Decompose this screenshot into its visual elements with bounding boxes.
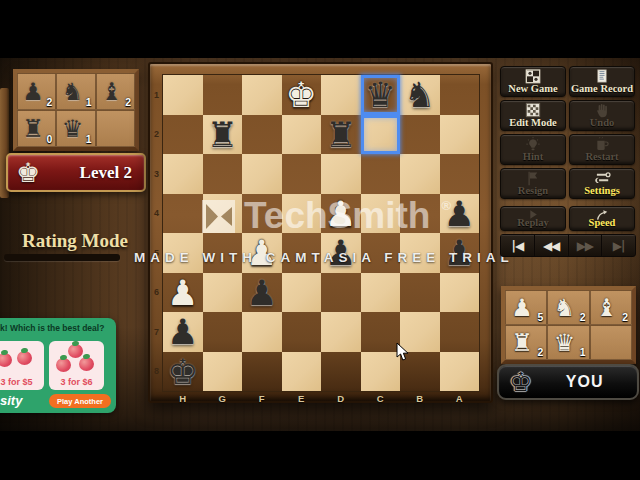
- square-d3[interactable]: [321, 154, 361, 194]
- captured-count: 2: [580, 311, 586, 323]
- white-pawn[interactable]: ♟: [163, 273, 203, 313]
- black-pawn[interactable]: ♟: [242, 273, 282, 313]
- square-f5[interactable]: ♟: [242, 233, 282, 273]
- rating-mode-shelf: [4, 254, 120, 261]
- black-pawn[interactable]: ♟: [440, 194, 480, 234]
- square-c8[interactable]: [361, 352, 401, 392]
- opponent-panel: ♚ Level 2: [6, 153, 146, 192]
- square-b3[interactable]: [400, 154, 440, 194]
- skip-to-start-button[interactable]: |◀: [501, 235, 535, 256]
- button-label: Settings: [584, 185, 620, 198]
- square-h6[interactable]: ♟: [163, 273, 203, 313]
- file-label-b: B: [400, 393, 440, 404]
- tomato-icon: [79, 357, 94, 371]
- tomato-icon: [56, 358, 71, 372]
- square-d8[interactable]: [321, 352, 361, 392]
- file-label-d: D: [321, 393, 361, 404]
- undo-hand-icon: [593, 102, 611, 119]
- speed-button[interactable]: Speed: [569, 206, 635, 231]
- restart-mug-icon: [594, 136, 611, 152]
- black-pawn[interactable]: ♟: [321, 233, 361, 273]
- square-d2[interactable]: ♜: [321, 115, 361, 155]
- white-crown-icon: ♚: [16, 159, 40, 186]
- rank-label-8: 8: [150, 352, 163, 392]
- control-button-grid: New GameGame RecordEdit ModeUndoHintRest…: [500, 66, 637, 199]
- square-g7[interactable]: [203, 312, 243, 352]
- settings-button[interactable]: Settings: [569, 168, 635, 199]
- square-f2[interactable]: [242, 115, 282, 155]
- captured-pawn-cell: ♟2: [17, 73, 56, 110]
- square-f1[interactable]: [242, 75, 282, 115]
- square-d7[interactable]: [321, 312, 361, 352]
- black-knight[interactable]: ♞: [400, 75, 440, 115]
- square-f7[interactable]: [242, 312, 282, 352]
- edit-board-icon: [525, 102, 541, 118]
- square-a1[interactable]: [440, 75, 480, 115]
- square-g8[interactable]: [203, 352, 243, 392]
- square-d5[interactable]: ♟: [321, 233, 361, 273]
- captured-queen-cell: ♛1: [547, 325, 589, 360]
- edit-mode-button[interactable]: Edit Mode: [500, 100, 566, 131]
- speed-arrow-icon: [594, 208, 610, 222]
- new-game-button[interactable]: New Game: [500, 66, 566, 97]
- square-a5[interactable]: ♟: [440, 233, 480, 273]
- square-b7[interactable]: [400, 312, 440, 352]
- square-g4[interactable]: [203, 194, 243, 234]
- letterbox-bottom: [0, 431, 640, 480]
- black-rook[interactable]: ♜: [321, 115, 361, 155]
- rank-label-5: 5: [150, 233, 163, 273]
- captured-knight-cell: ♞2: [547, 290, 589, 325]
- square-h3[interactable]: [163, 154, 203, 194]
- square-b2[interactable]: [400, 115, 440, 155]
- rank-label-4: 4: [150, 194, 163, 234]
- black-crown-icon: ♚: [509, 369, 532, 395]
- chess-board-frame: ♚♛♞♜♜♟♟♟♟♟♟♟♟♚ 12345678 HGFEDCBA: [148, 62, 493, 403]
- empty-tray-cell: [96, 110, 135, 147]
- captured-count: 2: [46, 96, 52, 108]
- square-h8[interactable]: ♚: [163, 352, 203, 392]
- square-h5[interactable]: [163, 233, 203, 273]
- rook-icon: ♜: [508, 331, 536, 355]
- square-a3[interactable]: [440, 154, 480, 194]
- captured-count: 1: [86, 133, 92, 145]
- bishop-icon: ♝: [99, 80, 125, 104]
- rook-icon: ♜: [20, 117, 46, 141]
- opponent-level-label: Level 2: [40, 163, 144, 183]
- queen-icon: ♛: [59, 117, 85, 141]
- square-a4[interactable]: ♟: [440, 194, 480, 234]
- tomato-icon: [0, 353, 12, 367]
- rank-label-3: 3: [150, 154, 163, 194]
- white-pawn[interactable]: ♟: [321, 194, 361, 234]
- square-a7[interactable]: [440, 312, 480, 352]
- square-e4[interactable]: [282, 194, 322, 234]
- player-captured-tray: ♟5♞2♝2♜2♛1: [501, 286, 636, 364]
- ad-play-another-button[interactable]: Play Another: [49, 394, 111, 408]
- player-panel: ♚ YOU: [497, 364, 639, 400]
- ad-price-label: 3 for $5: [0, 377, 44, 387]
- square-d1[interactable]: [321, 75, 361, 115]
- captured-rook-cell: ♜2: [505, 325, 547, 360]
- captured-count: 5: [537, 311, 543, 323]
- game-record-button[interactable]: Game Record: [569, 66, 635, 97]
- bishop-icon: ♝: [593, 296, 621, 320]
- square-g6[interactable]: [203, 273, 243, 313]
- square-b5[interactable]: [400, 233, 440, 273]
- tomato-icon: [68, 344, 83, 358]
- button-label: Game Record: [571, 83, 633, 96]
- file-label-h: H: [163, 393, 203, 404]
- black-king[interactable]: ♚: [163, 352, 203, 392]
- file-label-c: C: [361, 393, 401, 404]
- square-e2[interactable]: [282, 115, 322, 155]
- white-pawn[interactable]: ♟: [242, 233, 282, 273]
- square-c4[interactable]: [361, 194, 401, 234]
- square-c1[interactable]: ♛: [361, 75, 401, 115]
- square-a2[interactable]: [440, 115, 480, 155]
- black-rook[interactable]: ♜: [203, 115, 243, 155]
- square-b4[interactable]: [400, 194, 440, 234]
- captured-count: 1: [86, 96, 92, 108]
- resign-button[interactable]: Resign: [500, 168, 566, 199]
- square-g3[interactable]: [203, 154, 243, 194]
- app-window: ♟2♞1♝2♜0♛1 ♚ Level 2 Rating Mode ♚♛♞♜♜♟♟…: [0, 0, 640, 480]
- square-a6[interactable]: [440, 273, 480, 313]
- rank-label-2: 2: [150, 115, 163, 155]
- rating-mode-label: Rating Mode: [0, 230, 150, 252]
- captured-queen-cell: ♛1: [56, 110, 95, 147]
- square-g1[interactable]: [203, 75, 243, 115]
- settings-tools-icon: [593, 170, 612, 185]
- file-label-a: A: [440, 393, 480, 404]
- black-pawn[interactable]: ♟: [440, 233, 480, 273]
- square-g2[interactable]: ♜: [203, 115, 243, 155]
- square-f3[interactable]: [242, 154, 282, 194]
- ad-deal-card: 3 for $5: [0, 341, 44, 390]
- ad-deal-card: 3 for $6: [49, 341, 104, 390]
- rank-label-6: 6: [150, 273, 163, 313]
- captured-knight-cell: ♞1: [56, 73, 95, 110]
- square-c3[interactable]: [361, 154, 401, 194]
- square-f8[interactable]: [242, 352, 282, 392]
- letterbox-top: [0, 0, 640, 58]
- pawn-icon: ♟: [508, 296, 536, 320]
- black-queen[interactable]: ♛: [361, 75, 401, 115]
- playback-bar: |◀◀◀▶▶▶|: [500, 234, 636, 257]
- empty-tray-cell: [590, 325, 632, 360]
- square-d4[interactable]: ♟: [321, 194, 361, 234]
- square-e6[interactable]: [282, 273, 322, 313]
- square-e3[interactable]: [282, 154, 322, 194]
- square-h4[interactable]: [163, 194, 203, 234]
- undo-button[interactable]: Undo: [569, 100, 635, 131]
- button-label: Edit Mode: [509, 117, 557, 130]
- captured-count: 1: [580, 346, 586, 358]
- square-b1[interactable]: ♞: [400, 75, 440, 115]
- square-f6[interactable]: ♟: [242, 273, 282, 313]
- square-a8[interactable]: [440, 352, 480, 392]
- opponent-captured-tray: ♟2♞1♝2♜0♛1: [13, 69, 139, 151]
- captured-count: 2: [622, 311, 628, 323]
- square-g5[interactable]: [203, 233, 243, 273]
- player-label: YOU: [532, 373, 637, 391]
- ad-headline: k! Which is the best deal?: [0, 323, 104, 333]
- knight-icon: ♞: [59, 80, 85, 104]
- resign-flag-icon: [525, 170, 542, 187]
- tomato-icon: [17, 351, 32, 365]
- square-e8[interactable]: [282, 352, 322, 392]
- rewind-button[interactable]: ◀◀: [535, 235, 569, 256]
- captured-pawn-cell: ♟5: [505, 290, 547, 325]
- square-b6[interactable]: [400, 273, 440, 313]
- ad-brand-text: sity: [0, 393, 22, 408]
- rank-label-7: 7: [150, 312, 163, 352]
- chess-board: ♚♛♞♜♜♟♟♟♟♟♟♟♟♚: [163, 75, 479, 391]
- ad-price-label: 3 for $6: [49, 377, 104, 387]
- square-c2[interactable]: [361, 115, 401, 155]
- hint-lightbulb-icon: [524, 136, 542, 153]
- square-e7[interactable]: [282, 312, 322, 352]
- file-label-e: E: [282, 393, 322, 404]
- game-screen: ♟2♞1♝2♜0♛1 ♚ Level 2 Rating Mode ♚♛♞♜♜♟♟…: [0, 58, 640, 431]
- button-label: Restart: [585, 151, 618, 164]
- captured-bishop-cell: ♝2: [96, 73, 135, 110]
- replay-speed-row: ReplaySpeed: [500, 206, 637, 231]
- square-c6[interactable]: [361, 273, 401, 313]
- square-c5[interactable]: [361, 233, 401, 273]
- replay-button[interactable]: Replay: [500, 206, 566, 231]
- square-e1[interactable]: ♚: [282, 75, 322, 115]
- queen-icon: ♛: [550, 331, 578, 355]
- captured-bishop-cell: ♝2: [590, 290, 632, 325]
- hint-button[interactable]: Hint: [500, 134, 566, 165]
- square-d6[interactable]: [321, 273, 361, 313]
- rank-label-1: 1: [150, 75, 163, 115]
- advertisement[interactable]: k! Which is the best deal? 3 for $5 3 fo…: [0, 318, 116, 413]
- restart-button[interactable]: Restart: [569, 134, 635, 165]
- square-h1[interactable]: [163, 75, 203, 115]
- captured-count: 0: [46, 133, 52, 145]
- captured-rook-cell: ♜0: [17, 110, 56, 147]
- file-label-f: F: [242, 393, 282, 404]
- square-h7[interactable]: ♟: [163, 312, 203, 352]
- black-pawn[interactable]: ♟: [163, 312, 203, 352]
- square-c7[interactable]: [361, 312, 401, 352]
- replay-play-icon: [526, 208, 540, 221]
- square-f4[interactable]: [242, 194, 282, 234]
- file-label-g: G: [203, 393, 243, 404]
- captured-count: 2: [125, 96, 131, 108]
- button-label: New Game: [508, 83, 557, 96]
- captured-count: 2: [537, 346, 543, 358]
- pawn-icon: ♟: [20, 80, 46, 104]
- knight-icon: ♞: [550, 296, 578, 320]
- skip-to-end-button[interactable]: ▶|: [602, 235, 635, 256]
- record-document-icon: [595, 68, 610, 84]
- square-h2[interactable]: [163, 115, 203, 155]
- fast-forward-button[interactable]: ▶▶: [569, 235, 603, 256]
- new-game-board-icon: [525, 68, 542, 84]
- white-king[interactable]: ♚: [282, 75, 322, 115]
- square-e5[interactable]: [282, 233, 322, 273]
- square-b8[interactable]: [400, 352, 440, 392]
